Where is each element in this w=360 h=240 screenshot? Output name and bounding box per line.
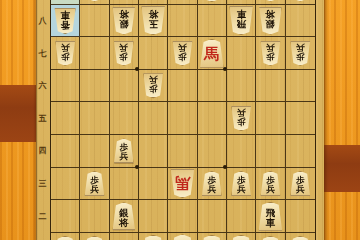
piece-歩兵-gote: 歩兵 — [260, 171, 281, 196]
rank-label-八: 八 — [37, 15, 48, 26]
square-3一[interactable] — [110, 233, 139, 240]
square-6三[interactable]: 歩兵 — [198, 168, 227, 201]
square-5七[interactable]: 歩兵 — [168, 37, 197, 70]
hoshi-dot — [223, 67, 227, 71]
piece-歩兵-gote: 歩兵 — [84, 171, 105, 196]
piece-金将-gote: 金将 — [141, 235, 165, 240]
piece-香車-sente: 香車 — [289, 0, 312, 2]
piece-馬-gote: 馬 — [199, 39, 224, 68]
square-5一[interactable]: 王将 — [168, 233, 197, 240]
square-7六[interactable] — [227, 70, 256, 103]
piece-歩兵-gote: 歩兵 — [290, 171, 311, 196]
piece-馬-sente: 馬 — [170, 169, 195, 198]
square-8八[interactable]: 銀将 — [256, 5, 285, 38]
square-1五[interactable] — [51, 102, 80, 135]
rank-label-六: 六 — [37, 80, 48, 91]
piece-歩兵-sente: 歩兵 — [113, 41, 134, 66]
rank-label-七: 七 — [37, 48, 48, 59]
piece-金将-sente: 金将 — [200, 0, 224, 2]
shogi-app: 桂馬金将桂馬香車香車銀将玉将飛車銀将歩兵歩兵歩兵馬歩兵歩兵歩兵歩兵歩兵歩兵馬歩兵… — [0, 0, 360, 240]
square-4六[interactable]: 歩兵 — [139, 70, 168, 103]
piece-歩兵-sente: 歩兵 — [290, 41, 311, 66]
square-3三[interactable] — [110, 168, 139, 201]
square-8三[interactable]: 歩兵 — [256, 168, 285, 201]
shogi-board: 桂馬金将桂馬香車香車銀将玉将飛車銀将歩兵歩兵歩兵馬歩兵歩兵歩兵歩兵歩兵歩兵馬歩兵… — [36, 0, 324, 240]
square-8六[interactable] — [256, 70, 285, 103]
hoshi-dot — [223, 165, 227, 169]
table-background-left — [0, 0, 36, 240]
square-3六[interactable] — [110, 70, 139, 103]
table-background-right — [323, 0, 360, 240]
square-6六[interactable] — [198, 70, 227, 103]
piece-香車-gote: 香車 — [289, 236, 312, 240]
piece-歩兵-gote: 歩兵 — [231, 171, 252, 196]
square-5八[interactable] — [168, 5, 197, 38]
square-1八[interactable]: 香車 — [51, 5, 80, 38]
rank-label-四: 四 — [37, 145, 48, 156]
square-9八[interactable] — [286, 5, 315, 38]
piece-歩兵-sente: 歩兵 — [231, 106, 252, 131]
square-1三[interactable] — [51, 168, 80, 201]
piece-飛車-gote: 飛車 — [258, 202, 283, 231]
square-5四[interactable] — [168, 135, 197, 168]
piece-歩兵-sente: 歩兵 — [260, 41, 281, 66]
piece-歩兵-sente: 歩兵 — [172, 41, 193, 66]
piece-桂馬-sente: 桂馬 — [259, 0, 282, 2]
square-2一[interactable]: 桂馬 — [80, 233, 109, 240]
square-4二[interactable] — [139, 200, 168, 233]
square-7四[interactable] — [227, 135, 256, 168]
square-9二[interactable] — [286, 200, 315, 233]
square-7七[interactable] — [227, 37, 256, 70]
piece-歩兵-gote: 歩兵 — [113, 138, 134, 163]
piece-玉将-sente: 玉将 — [141, 6, 166, 35]
hoshi-dot — [135, 165, 139, 169]
piece-金将-gote: 金将 — [200, 235, 224, 240]
square-9一[interactable]: 香車 — [286, 233, 315, 240]
square-7八[interactable]: 飛車 — [227, 5, 256, 38]
piece-銀将-sente: 銀将 — [112, 7, 136, 35]
square-2三[interactable]: 歩兵 — [80, 168, 109, 201]
square-5三[interactable]: 馬 — [168, 168, 197, 201]
square-8七[interactable]: 歩兵 — [256, 37, 285, 70]
square-9七[interactable]: 歩兵 — [286, 37, 315, 70]
square-7一[interactable]: 銀将 — [227, 233, 256, 240]
rank-label-五: 五 — [37, 113, 48, 124]
piece-桂馬-gote: 桂馬 — [259, 236, 282, 240]
rank-label-三: 三 — [37, 178, 48, 189]
square-3七[interactable]: 歩兵 — [110, 37, 139, 70]
piece-香車-sente: 香車 — [54, 8, 77, 35]
square-9六[interactable] — [286, 70, 315, 103]
piece-銀将-gote: 銀将 — [112, 202, 136, 230]
square-3八[interactable]: 銀将 — [110, 5, 139, 38]
square-2七[interactable] — [80, 37, 109, 70]
square-2二[interactable] — [80, 200, 109, 233]
square-4七[interactable] — [139, 37, 168, 70]
square-4一[interactable]: 金将 — [139, 233, 168, 240]
square-9五[interactable] — [286, 102, 315, 135]
square-7二[interactable] — [227, 200, 256, 233]
square-6八[interactable] — [198, 5, 227, 38]
piece-歩兵-gote: 歩兵 — [201, 171, 222, 196]
piece-王将-gote: 王将 — [170, 234, 195, 240]
square-2五[interactable] — [80, 102, 109, 135]
piece-歩兵-sente: 歩兵 — [143, 73, 164, 98]
hoshi-dot — [135, 67, 139, 71]
square-7三[interactable]: 歩兵 — [227, 168, 256, 201]
square-9四[interactable] — [286, 135, 315, 168]
square-8二[interactable]: 飛車 — [256, 200, 285, 233]
square-3四[interactable]: 歩兵 — [110, 135, 139, 168]
square-6一[interactable]: 金将 — [198, 233, 227, 240]
piece-飛車-sente: 飛車 — [229, 6, 254, 35]
square-1一[interactable]: 香車 — [51, 233, 80, 240]
square-5六[interactable] — [168, 70, 197, 103]
square-8五[interactable] — [256, 102, 285, 135]
square-4三[interactable] — [139, 168, 168, 201]
square-6二[interactable] — [198, 200, 227, 233]
square-6五[interactable] — [198, 102, 227, 135]
square-3五[interactable] — [110, 102, 139, 135]
square-8一[interactable]: 桂馬 — [256, 233, 285, 240]
square-1六[interactable] — [51, 70, 80, 103]
square-1二[interactable] — [51, 200, 80, 233]
square-4四[interactable] — [139, 135, 168, 168]
square-5二[interactable] — [168, 200, 197, 233]
square-6四[interactable] — [198, 135, 227, 168]
square-9三[interactable]: 歩兵 — [286, 168, 315, 201]
square-2八[interactable] — [80, 5, 109, 38]
square-6七[interactable]: 馬 — [198, 37, 227, 70]
square-8四[interactable] — [256, 135, 285, 168]
piece-銀将-gote: 銀将 — [229, 235, 253, 240]
rank-label-二: 二 — [37, 211, 48, 222]
square-7五[interactable]: 歩兵 — [227, 102, 256, 135]
table-dark-patch-left — [0, 85, 36, 142]
piece-桂馬-sente: 桂馬 — [83, 0, 106, 2]
piece-銀将-sente: 銀将 — [258, 7, 282, 35]
square-1七[interactable]: 歩兵 — [51, 37, 80, 70]
square-5五[interactable] — [168, 102, 197, 135]
square-4五[interactable] — [139, 102, 168, 135]
square-1四[interactable] — [51, 135, 80, 168]
piece-香車-gote: 香車 — [54, 236, 77, 240]
table-dark-patch-right — [323, 145, 360, 192]
piece-歩兵-sente: 歩兵 — [55, 41, 76, 66]
square-4八[interactable]: 玉将 — [139, 5, 168, 38]
square-2六[interactable] — [80, 70, 109, 103]
board-grid: 桂馬金将桂馬香車香車銀将玉将飛車銀将歩兵歩兵歩兵馬歩兵歩兵歩兵歩兵歩兵歩兵馬歩兵… — [50, 0, 316, 240]
square-2四[interactable] — [80, 135, 109, 168]
piece-桂馬-gote: 桂馬 — [83, 236, 106, 240]
square-3二[interactable]: 銀将 — [110, 200, 139, 233]
